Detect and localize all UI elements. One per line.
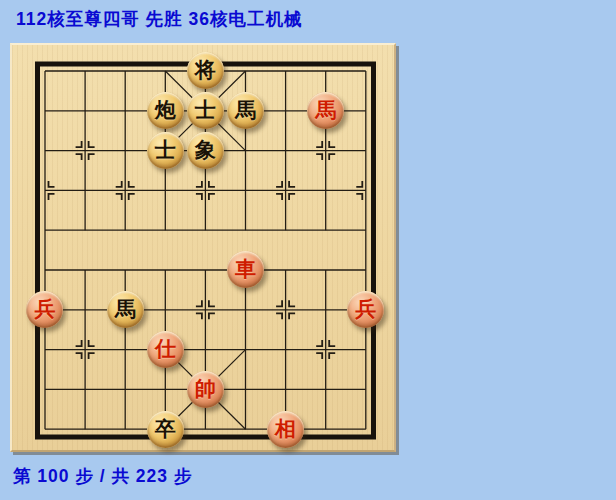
piece-glyph: 馬 [235, 99, 256, 120]
red-general[interactable]: 帥 [187, 371, 224, 408]
black-cannon[interactable]: 炮 [147, 92, 184, 129]
xiangqi-board[interactable]: 将炮士馬馬士象車兵馬兵仕帥卒相 [10, 43, 396, 452]
red-chariot[interactable]: 車 [227, 251, 264, 288]
black-horse[interactable]: 馬 [227, 92, 264, 129]
piece-glyph: 帥 [195, 378, 216, 399]
piece-glyph: 兵 [355, 298, 376, 319]
red-horse[interactable]: 馬 [307, 92, 344, 129]
piece-glyph: 士 [195, 99, 216, 120]
red-pawn[interactable]: 兵 [26, 291, 63, 328]
black-elephant[interactable]: 象 [187, 132, 224, 169]
piece-glyph: 象 [195, 139, 216, 160]
black-advisor[interactable]: 士 [147, 132, 184, 169]
piece-glyph: 仕 [155, 338, 176, 359]
piece-glyph: 炮 [155, 99, 176, 120]
black-general[interactable]: 将 [187, 52, 224, 89]
piece-glyph: 将 [195, 59, 216, 80]
pieces-layer: 将炮士馬馬士象車兵馬兵仕帥卒相 [25, 51, 386, 449]
match-title: 112核至尊四哥 先胜 36核电工机械 [16, 7, 302, 31]
piece-glyph: 馬 [315, 99, 336, 120]
red-pawn[interactable]: 兵 [347, 291, 384, 328]
piece-glyph: 士 [155, 139, 176, 160]
piece-glyph: 車 [235, 258, 256, 279]
red-elephant[interactable]: 相 [267, 411, 304, 448]
piece-glyph: 兵 [34, 298, 55, 319]
black-horse[interactable]: 馬 [107, 291, 144, 328]
red-advisor[interactable]: 仕 [147, 331, 184, 368]
black-pawn[interactable]: 卒 [147, 411, 184, 448]
piece-glyph: 卒 [155, 418, 176, 439]
move-counter: 第 100 步 / 共 223 步 [13, 464, 192, 488]
piece-glyph: 相 [275, 418, 296, 439]
black-advisor[interactable]: 士 [187, 92, 224, 129]
piece-glyph: 馬 [115, 298, 136, 319]
